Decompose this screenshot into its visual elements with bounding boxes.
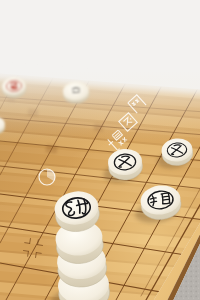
piece-character-stroke bbox=[171, 154, 173, 155]
piece-character-stroke bbox=[162, 196, 168, 197]
depth-haze bbox=[0, 70, 200, 142]
xiangqi-photo bbox=[0, 0, 200, 300]
piece-character-stroke bbox=[119, 166, 121, 167]
piece-character-stroke bbox=[163, 199, 169, 200]
photo-canvas bbox=[0, 0, 200, 300]
piece-character-stroke bbox=[87, 200, 88, 202]
